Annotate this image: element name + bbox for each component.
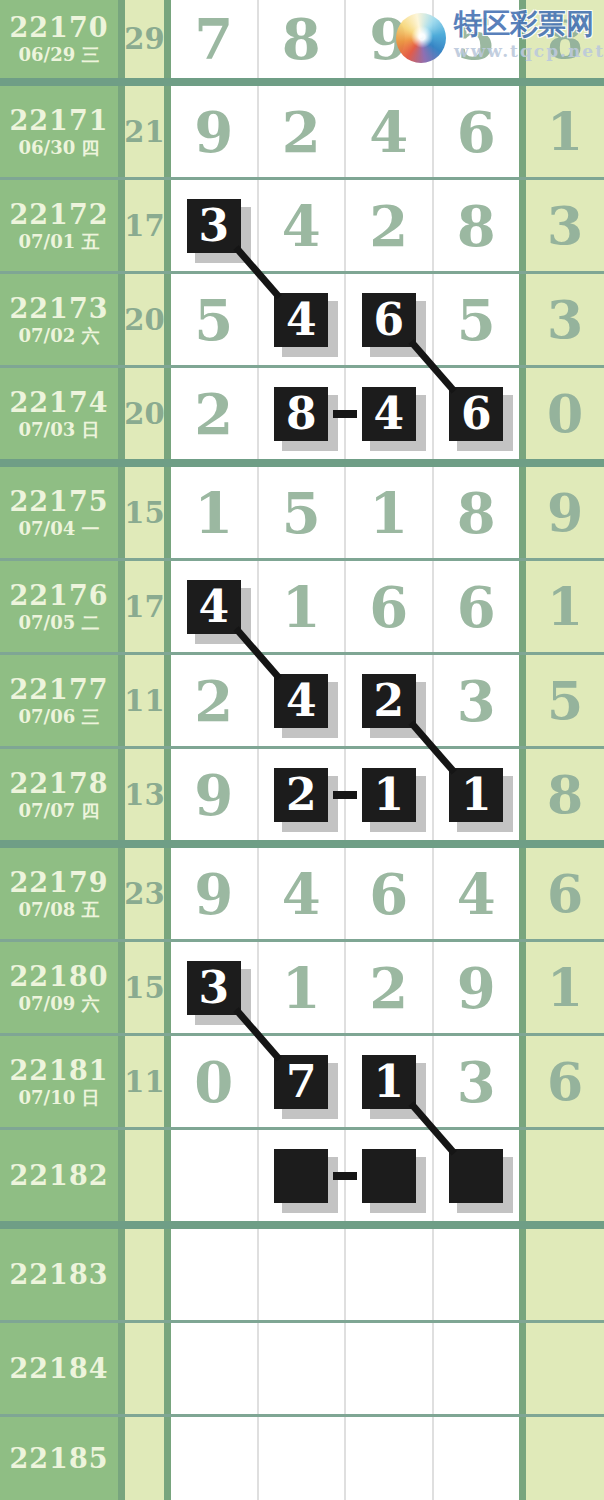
draw-date: 06/30 四 xyxy=(19,136,100,159)
digit-block xyxy=(171,1130,526,1221)
sum-cell: 13 xyxy=(125,749,171,840)
digit-cell xyxy=(171,1130,257,1221)
table-row: 22173 07/02 六 20 5465 3 xyxy=(0,274,604,368)
table-row: 22172 07/01 五 17 3428 3 xyxy=(0,180,604,274)
digit-cell xyxy=(257,1229,345,1320)
draw-issue-cell: 22178 07/07 四 xyxy=(0,749,125,840)
digit-cell: 8 xyxy=(432,467,520,558)
chart-rows: 22170 06/29 三 29 7895 8 22171 06/30 四 21… xyxy=(0,0,604,1500)
draw-date: 07/01 五 xyxy=(19,230,100,253)
digit-cell xyxy=(432,1323,520,1414)
highlighted-digit-box: 4 xyxy=(274,674,328,728)
sum-cell: 15 xyxy=(125,942,171,1033)
digit-cell: 1 xyxy=(171,467,257,558)
digit-cell: 3 xyxy=(171,942,257,1033)
highlighted-digit-box: 2 xyxy=(274,768,328,822)
digit-cell: 8 xyxy=(432,180,520,271)
digit-cell: 8 xyxy=(257,0,345,78)
highlighted-digit: 3 xyxy=(198,199,229,253)
highlighted-digit: 3 xyxy=(198,961,229,1015)
digit-cell xyxy=(257,1417,345,1500)
draw-date: 07/02 六 xyxy=(19,324,100,347)
highlighted-digit: 6 xyxy=(461,387,492,441)
extra-digit-cell: 0 xyxy=(526,368,604,459)
highlighted-digit-box: 7 xyxy=(274,1055,328,1109)
draw-number: 22181 xyxy=(10,1055,109,1086)
draw-number: 22176 xyxy=(10,580,109,611)
highlighted-digit: 4 xyxy=(373,387,404,441)
sum-cell: 21 xyxy=(125,86,171,177)
digit-block: 3428 xyxy=(171,180,526,271)
highlighted-digit-box: 3 xyxy=(187,199,241,253)
digit-cell: 6 xyxy=(344,848,432,939)
digit-block: 5465 xyxy=(171,274,526,365)
draw-issue-cell: 22171 06/30 四 xyxy=(0,86,125,177)
highlighted-digit: 1 xyxy=(373,1055,404,1109)
digit-block xyxy=(171,1323,526,1414)
digit-cell: 4 xyxy=(171,561,257,652)
digit-cell xyxy=(171,1323,257,1414)
sum-cell: 20 xyxy=(125,368,171,459)
digit-block: 3129 xyxy=(171,942,526,1033)
highlighted-digit-box: 4 xyxy=(362,387,416,441)
digit-block: 9246 xyxy=(171,86,526,177)
digit-cell: 2 xyxy=(344,180,432,271)
draw-number: 22175 xyxy=(10,486,109,517)
digit-cell: 6 xyxy=(432,86,520,177)
digit-block: 9211 xyxy=(171,749,526,840)
digit-block: 2423 xyxy=(171,655,526,746)
draw-issue-cell: 22183 xyxy=(0,1229,125,1320)
sum-cell: 17 xyxy=(125,561,171,652)
draw-issue-cell: 22179 07/08 五 xyxy=(0,848,125,939)
extra-digit-cell xyxy=(526,1417,604,1500)
sum-cell: 11 xyxy=(125,1036,171,1127)
highlighted-digit-box: 4 xyxy=(187,580,241,634)
highlighted-digit: 2 xyxy=(286,768,317,822)
digit-cell xyxy=(432,1130,520,1221)
draw-issue-cell: 22170 06/29 三 xyxy=(0,0,125,78)
digit-cell: 7 xyxy=(257,1036,345,1127)
highlighted-digit: 4 xyxy=(286,293,317,347)
draw-number: 22173 xyxy=(10,293,109,324)
highlighted-digit-box: 6 xyxy=(449,387,503,441)
sum-cell xyxy=(125,1229,171,1320)
table-row: 22185 xyxy=(0,1417,604,1500)
draw-number: 22179 xyxy=(10,867,109,898)
digit-cell xyxy=(257,1130,345,1221)
table-row: 22179 07/08 五 23 9464 6 xyxy=(0,848,604,942)
extra-digit-cell: 1 xyxy=(526,86,604,177)
draw-issue-cell: 22185 xyxy=(0,1417,125,1500)
extra-digit-cell: 3 xyxy=(526,274,604,365)
highlighted-digit: 4 xyxy=(286,674,317,728)
sum-cell: 11 xyxy=(125,655,171,746)
draw-number: 22180 xyxy=(10,961,109,992)
digit-cell: 5 xyxy=(432,0,520,78)
digit-cell: 9 xyxy=(171,848,257,939)
table-row: 22170 06/29 三 29 7895 8 xyxy=(0,0,604,86)
draw-date: 06/29 三 xyxy=(19,43,100,66)
draw-number: 22172 xyxy=(10,199,109,230)
draw-issue-cell: 22184 xyxy=(0,1323,125,1414)
digit-cell: 3 xyxy=(432,1036,520,1127)
digit-cell xyxy=(171,1417,257,1500)
digit-cell: 1 xyxy=(257,561,345,652)
draw-issue-cell: 22174 07/03 日 xyxy=(0,368,125,459)
digit-cell: 3 xyxy=(171,180,257,271)
digit-cell: 9 xyxy=(171,749,257,840)
extra-digit-cell: 6 xyxy=(526,848,604,939)
highlighted-digit-box xyxy=(449,1149,503,1203)
highlighted-digit: 4 xyxy=(198,580,229,634)
highlighted-digit: 8 xyxy=(286,387,317,441)
digit-cell: 2 xyxy=(171,368,257,459)
extra-digit-cell xyxy=(526,1229,604,1320)
highlighted-digit-box: 6 xyxy=(362,293,416,347)
draw-issue-cell: 22180 07/09 六 xyxy=(0,942,125,1033)
highlighted-digit: 1 xyxy=(461,768,492,822)
table-row: 22182 xyxy=(0,1130,604,1229)
extra-digit-cell xyxy=(526,1323,604,1414)
digit-cell: 7 xyxy=(171,0,257,78)
digit-cell xyxy=(344,1323,432,1414)
digit-block xyxy=(171,1417,526,1500)
draw-date: 07/06 三 xyxy=(19,705,100,728)
digit-cell xyxy=(432,1229,520,1320)
draw-issue-cell: 22172 07/01 五 xyxy=(0,180,125,271)
draw-date: 07/03 日 xyxy=(19,418,100,441)
highlighted-digit: 7 xyxy=(286,1055,317,1109)
sum-cell: 15 xyxy=(125,467,171,558)
extra-digit-cell: 9 xyxy=(526,467,604,558)
draw-number: 22185 xyxy=(10,1443,109,1474)
extra-digit-cell: 8 xyxy=(526,0,604,78)
draw-date: 07/10 日 xyxy=(19,1086,100,1109)
digit-cell: 2 xyxy=(257,86,345,177)
digit-cell xyxy=(171,1229,257,1320)
sum-cell xyxy=(125,1323,171,1414)
table-row: 22176 07/05 二 17 4166 1 xyxy=(0,561,604,655)
draw-number: 22174 xyxy=(10,387,109,418)
draw-issue-cell: 22182 xyxy=(0,1130,125,1221)
draw-number: 22183 xyxy=(10,1259,109,1290)
digit-cell: 4 xyxy=(344,86,432,177)
draw-number: 22171 xyxy=(10,105,109,136)
digit-cell: 2 xyxy=(171,655,257,746)
sum-cell: 29 xyxy=(125,0,171,78)
digit-cell: 4 xyxy=(257,655,345,746)
draw-issue-cell: 22176 07/05 二 xyxy=(0,561,125,652)
digit-cell xyxy=(257,1323,345,1414)
digit-cell xyxy=(344,1417,432,1500)
table-row: 22177 07/06 三 11 2423 5 xyxy=(0,655,604,749)
draw-date: 07/04 一 xyxy=(19,517,100,540)
digit-block: 0713 xyxy=(171,1036,526,1127)
highlighted-digit-box xyxy=(362,1149,416,1203)
draw-number: 22182 xyxy=(10,1160,109,1191)
highlighted-digit-box: 2 xyxy=(362,674,416,728)
table-row: 22181 07/10 日 11 0713 6 xyxy=(0,1036,604,1130)
lottery-trend-chart: 22170 06/29 三 29 7895 8 22171 06/30 四 21… xyxy=(0,0,604,1500)
digit-cell: 3 xyxy=(432,655,520,746)
digit-cell: 1 xyxy=(344,467,432,558)
highlighted-digit-box: 1 xyxy=(449,768,503,822)
digit-cell: 5 xyxy=(432,274,520,365)
highlighted-digit-box xyxy=(274,1149,328,1203)
digit-cell: 6 xyxy=(344,561,432,652)
highlighted-digit: 6 xyxy=(373,293,404,347)
highlighted-digit-box: 1 xyxy=(362,768,416,822)
digit-cell: 0 xyxy=(171,1036,257,1127)
table-row: 22174 07/03 日 20 2846 0 xyxy=(0,368,604,467)
digit-cell: 5 xyxy=(257,467,345,558)
highlighted-digit-box: 4 xyxy=(274,293,328,347)
table-row: 22175 07/04 一 15 1518 9 xyxy=(0,467,604,561)
digit-cell: 4 xyxy=(257,274,345,365)
digit-cell xyxy=(432,1417,520,1500)
digit-cell: 2 xyxy=(344,655,432,746)
table-row: 22180 07/09 六 15 3129 1 xyxy=(0,942,604,1036)
highlighted-digit: 2 xyxy=(373,674,404,728)
draw-number: 22170 xyxy=(10,12,109,43)
highlighted-digit-box: 8 xyxy=(274,387,328,441)
digit-cell xyxy=(344,1130,432,1221)
digit-cell: 9 xyxy=(432,942,520,1033)
digit-cell: 9 xyxy=(171,86,257,177)
draw-issue-cell: 22173 07/02 六 xyxy=(0,274,125,365)
highlighted-digit: 1 xyxy=(373,768,404,822)
digit-cell: 6 xyxy=(432,368,520,459)
extra-digit-cell xyxy=(526,1130,604,1221)
digit-cell: 9 xyxy=(344,0,432,78)
sum-cell: 23 xyxy=(125,848,171,939)
table-row: 22171 06/30 四 21 9246 1 xyxy=(0,86,604,180)
digit-cell: 1 xyxy=(344,749,432,840)
draw-date: 07/08 五 xyxy=(19,898,100,921)
digit-block: 7895 xyxy=(171,0,526,78)
table-row: 22184 xyxy=(0,1323,604,1417)
draw-issue-cell: 22175 07/04 一 xyxy=(0,467,125,558)
highlighted-digit-box: 3 xyxy=(187,961,241,1015)
extra-digit-cell: 5 xyxy=(526,655,604,746)
table-row: 22178 07/07 四 13 9211 8 xyxy=(0,749,604,848)
extra-digit-cell: 1 xyxy=(526,561,604,652)
digit-cell: 1 xyxy=(257,942,345,1033)
digit-cell: 8 xyxy=(257,368,345,459)
digit-cell: 4 xyxy=(257,180,345,271)
sum-cell: 17 xyxy=(125,180,171,271)
extra-digit-cell: 6 xyxy=(526,1036,604,1127)
digit-cell: 2 xyxy=(344,942,432,1033)
digit-block xyxy=(171,1229,526,1320)
draw-issue-cell: 22181 07/10 日 xyxy=(0,1036,125,1127)
digit-cell: 1 xyxy=(344,1036,432,1127)
digit-cell: 1 xyxy=(432,749,520,840)
digit-block: 9464 xyxy=(171,848,526,939)
draw-date: 07/09 六 xyxy=(19,992,100,1015)
highlighted-digit-box: 1 xyxy=(362,1055,416,1109)
digit-cell: 5 xyxy=(171,274,257,365)
digit-cell: 4 xyxy=(344,368,432,459)
digit-cell xyxy=(344,1229,432,1320)
draw-number: 22177 xyxy=(10,674,109,705)
digit-cell: 4 xyxy=(432,848,520,939)
digit-block: 1518 xyxy=(171,467,526,558)
draw-number: 22184 xyxy=(10,1353,109,1384)
digit-cell: 6 xyxy=(432,561,520,652)
digit-block: 2846 xyxy=(171,368,526,459)
extra-digit-cell: 1 xyxy=(526,942,604,1033)
draw-date: 07/07 四 xyxy=(19,799,100,822)
digit-cell: 4 xyxy=(257,848,345,939)
draw-date: 07/05 二 xyxy=(19,611,100,634)
extra-digit-cell: 8 xyxy=(526,749,604,840)
draw-issue-cell: 22177 07/06 三 xyxy=(0,655,125,746)
digit-block: 4166 xyxy=(171,561,526,652)
draw-number: 22178 xyxy=(10,768,109,799)
sum-cell: 20 xyxy=(125,274,171,365)
table-row: 22183 xyxy=(0,1229,604,1323)
digit-cell: 6 xyxy=(344,274,432,365)
extra-digit-cell: 3 xyxy=(526,180,604,271)
digit-cell: 2 xyxy=(257,749,345,840)
sum-cell xyxy=(125,1417,171,1500)
sum-cell xyxy=(125,1130,171,1221)
